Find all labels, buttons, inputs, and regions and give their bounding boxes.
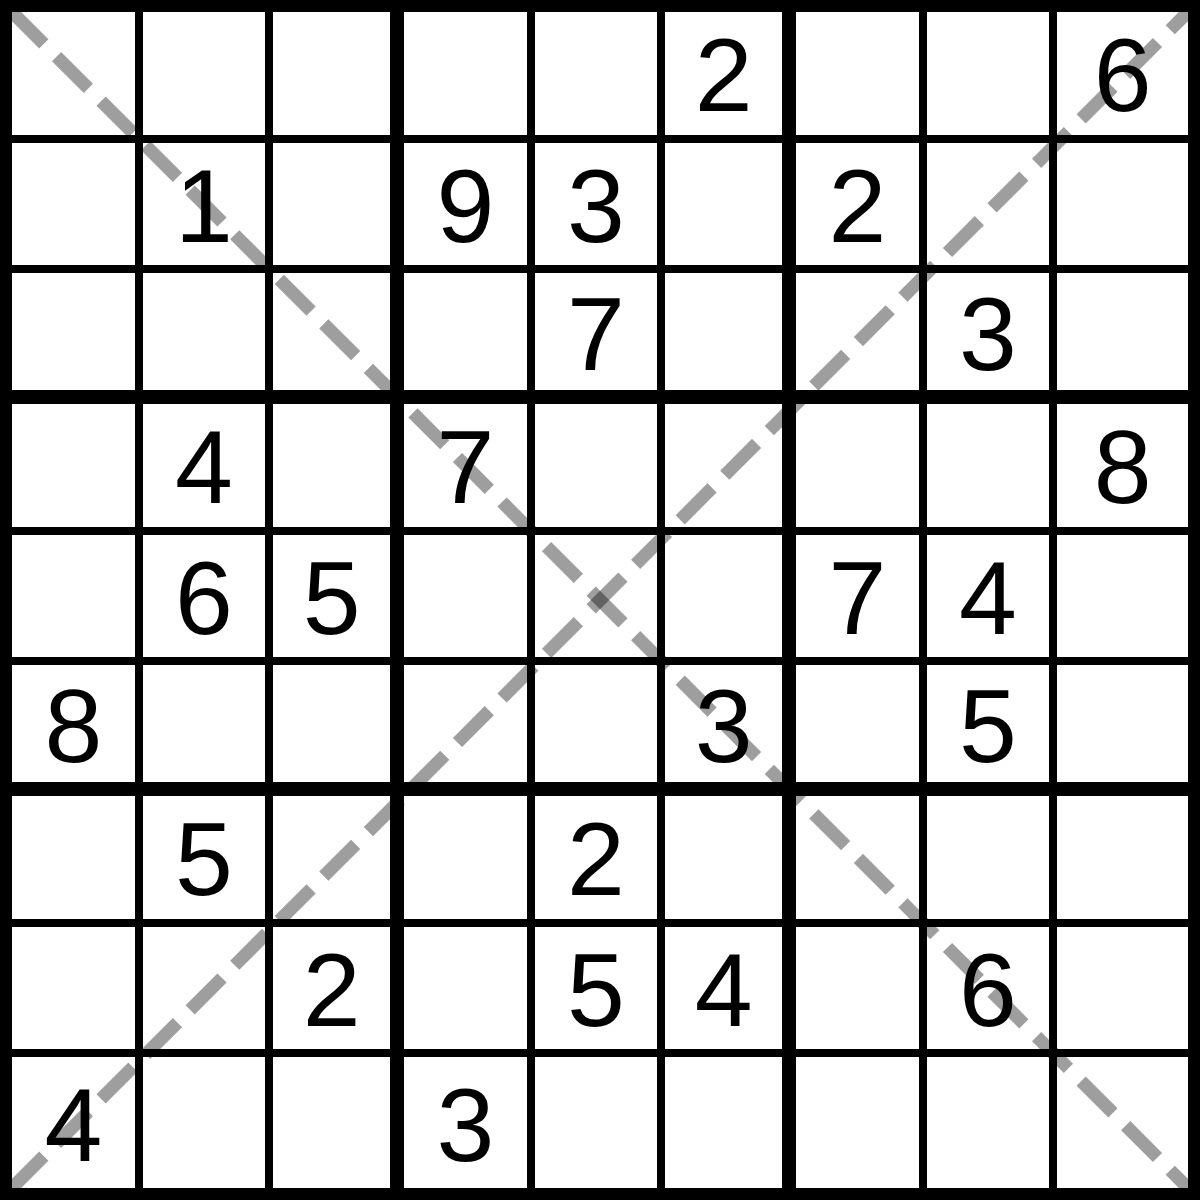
cell-r9c7[interactable] <box>796 1057 927 1188</box>
cell-r2c1[interactable] <box>12 143 143 274</box>
cell-r9c3[interactable] <box>273 1057 404 1188</box>
cell-r2c4[interactable]: 9 <box>404 143 535 274</box>
cell-r3c7[interactable] <box>796 273 927 404</box>
cell-r6c7[interactable] <box>796 665 927 796</box>
cell-r1c3[interactable] <box>273 12 404 143</box>
cell-r4c7[interactable] <box>796 404 927 535</box>
cell-r2c3[interactable] <box>273 143 404 274</box>
cell-r3c8[interactable]: 3 <box>927 273 1058 404</box>
cell-r7c6[interactable] <box>665 796 796 927</box>
cell-r1c8[interactable] <box>927 12 1058 143</box>
given-digit: 9 <box>436 154 494 258</box>
cell-r7c3[interactable] <box>273 796 404 927</box>
cell-r4c6[interactable] <box>665 404 796 535</box>
cell-r1c9[interactable]: 6 <box>1057 12 1188 143</box>
given-digit: 4 <box>695 938 753 1042</box>
given-digit: 5 <box>303 546 361 650</box>
cell-r6c9[interactable] <box>1057 665 1188 796</box>
given-digit: 3 <box>436 1073 494 1177</box>
sudoku-board: 26193273478657483552254643 <box>0 0 1200 1200</box>
cell-r3c3[interactable] <box>273 273 404 404</box>
cell-r7c1[interactable] <box>12 796 143 927</box>
given-digit: 8 <box>44 674 102 778</box>
given-digit: 5 <box>175 807 233 911</box>
given-digit: 2 <box>303 938 361 1042</box>
cell-r1c2[interactable] <box>143 12 274 143</box>
cell-r8c5[interactable]: 5 <box>535 927 666 1058</box>
cell-r2c7[interactable]: 2 <box>796 143 927 274</box>
cell-r2c5[interactable]: 3 <box>535 143 666 274</box>
cell-r9c5[interactable] <box>535 1057 666 1188</box>
given-digit: 8 <box>1094 415 1152 519</box>
cell-r8c8[interactable]: 6 <box>927 927 1058 1058</box>
cell-r6c4[interactable] <box>404 665 535 796</box>
cell-r8c2[interactable] <box>143 927 274 1058</box>
cell-r6c3[interactable] <box>273 665 404 796</box>
given-digit: 2 <box>695 23 753 127</box>
given-digit: 3 <box>567 154 625 258</box>
given-digit: 3 <box>959 282 1017 386</box>
cell-r6c1[interactable]: 8 <box>12 665 143 796</box>
cell-r9c4[interactable]: 3 <box>404 1057 535 1188</box>
cell-r3c6[interactable] <box>665 273 796 404</box>
cell-r7c8[interactable] <box>927 796 1058 927</box>
cell-r5c3[interactable]: 5 <box>273 535 404 666</box>
cell-r6c6[interactable]: 3 <box>665 665 796 796</box>
cell-r4c1[interactable] <box>12 404 143 535</box>
given-digit: 4 <box>959 546 1017 650</box>
given-digit: 4 <box>44 1073 102 1177</box>
cell-r4c8[interactable] <box>927 404 1058 535</box>
cell-r9c6[interactable] <box>665 1057 796 1188</box>
cell-r6c2[interactable] <box>143 665 274 796</box>
given-digit: 5 <box>567 938 625 1042</box>
cell-r1c4[interactable] <box>404 12 535 143</box>
cell-r8c3[interactable]: 2 <box>273 927 404 1058</box>
given-digit: 6 <box>1094 23 1152 127</box>
cell-r5c5[interactable] <box>535 535 666 666</box>
cell-r4c3[interactable] <box>273 404 404 535</box>
cell-r4c4[interactable]: 7 <box>404 404 535 535</box>
cell-r3c9[interactable] <box>1057 273 1188 404</box>
cell-r2c2[interactable]: 1 <box>143 143 274 274</box>
cell-r5c9[interactable] <box>1057 535 1188 666</box>
cell-r3c1[interactable] <box>12 273 143 404</box>
cell-r9c8[interactable] <box>927 1057 1058 1188</box>
cell-r8c6[interactable]: 4 <box>665 927 796 1058</box>
cell-r3c4[interactable] <box>404 273 535 404</box>
cell-r4c2[interactable]: 4 <box>143 404 274 535</box>
cell-r5c4[interactable] <box>404 535 535 666</box>
given-digit: 2 <box>828 154 886 258</box>
given-digit: 5 <box>959 674 1017 778</box>
cell-r3c2[interactable] <box>143 273 274 404</box>
cell-r8c9[interactable] <box>1057 927 1188 1058</box>
cell-r5c8[interactable]: 4 <box>927 535 1058 666</box>
cell-r8c1[interactable] <box>12 927 143 1058</box>
cell-r4c9[interactable]: 8 <box>1057 404 1188 535</box>
cell-r5c6[interactable] <box>665 535 796 666</box>
cell-r9c9[interactable] <box>1057 1057 1188 1188</box>
cell-r2c9[interactable] <box>1057 143 1188 274</box>
cell-r3c5[interactable]: 7 <box>535 273 666 404</box>
given-digit: 2 <box>567 807 625 911</box>
cell-r7c5[interactable]: 2 <box>535 796 666 927</box>
cell-r1c7[interactable] <box>796 12 927 143</box>
sudoku-grid: 26193273478657483552254643 <box>12 12 1188 1188</box>
given-digit: 7 <box>567 282 625 386</box>
given-digit: 7 <box>436 415 494 519</box>
cell-r2c8[interactable] <box>927 143 1058 274</box>
cell-r7c4[interactable] <box>404 796 535 927</box>
cell-r4c5[interactable] <box>535 404 666 535</box>
given-digit: 3 <box>695 674 753 778</box>
cell-r7c9[interactable] <box>1057 796 1188 927</box>
cell-r1c6[interactable]: 2 <box>665 12 796 143</box>
cell-r9c1[interactable]: 4 <box>12 1057 143 1188</box>
given-digit: 4 <box>175 415 233 519</box>
cell-r6c5[interactable] <box>535 665 666 796</box>
cell-r1c5[interactable] <box>535 12 666 143</box>
given-digit: 6 <box>175 546 233 650</box>
cell-r7c7[interactable] <box>796 796 927 927</box>
cell-r5c1[interactable] <box>12 535 143 666</box>
cell-r8c7[interactable] <box>796 927 927 1058</box>
given-digit: 6 <box>959 938 1017 1042</box>
given-digit: 1 <box>175 154 233 258</box>
cell-r6c8[interactable]: 5 <box>927 665 1058 796</box>
given-digit: 7 <box>828 546 886 650</box>
cell-r8c4[interactable] <box>404 927 535 1058</box>
cell-r9c2[interactable] <box>143 1057 274 1188</box>
cell-r2c6[interactable] <box>665 143 796 274</box>
cell-r5c2[interactable]: 6 <box>143 535 274 666</box>
cell-r1c1[interactable] <box>12 12 143 143</box>
cell-r5c7[interactable]: 7 <box>796 535 927 666</box>
cell-r7c2[interactable]: 5 <box>143 796 274 927</box>
